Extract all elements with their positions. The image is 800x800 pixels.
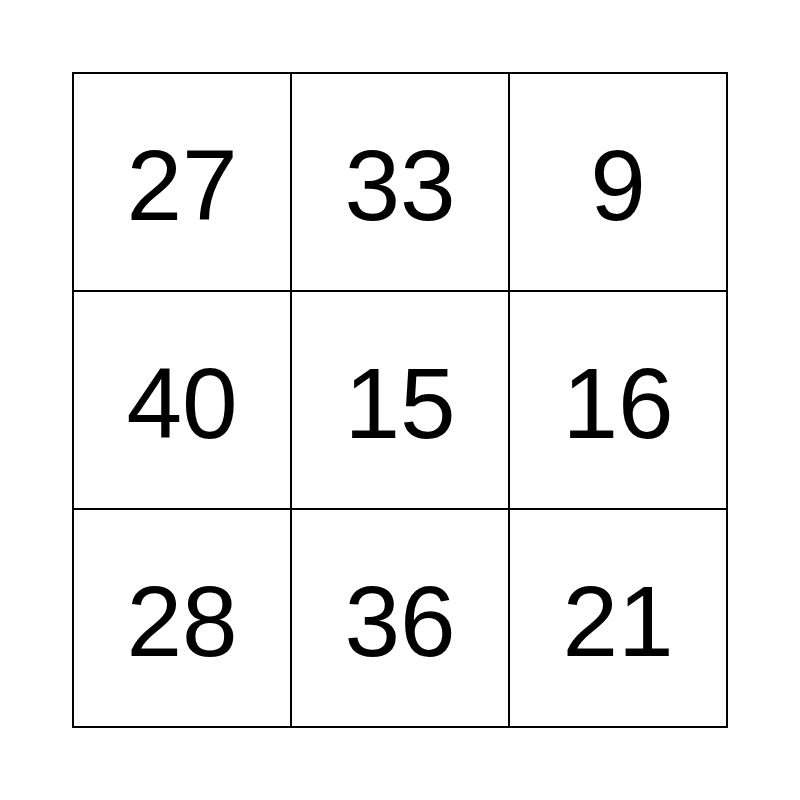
bingo-cell-r1c3[interactable]: 9 xyxy=(509,73,727,291)
bingo-cell-r2c1[interactable]: 40 xyxy=(73,291,291,509)
bingo-board: 27 33 9 40 15 16 28 36 21 xyxy=(72,72,728,728)
bingo-cell-r2c3[interactable]: 16 xyxy=(509,291,727,509)
bingo-cell-r3c1[interactable]: 28 xyxy=(73,509,291,727)
bingo-card-page: 27 33 9 40 15 16 28 36 21 xyxy=(0,0,800,800)
bingo-cell-r3c3[interactable]: 21 xyxy=(509,509,727,727)
bingo-cell-r3c2[interactable]: 36 xyxy=(291,509,509,727)
bingo-cell-r2c2[interactable]: 15 xyxy=(291,291,509,509)
bingo-cell-r1c2[interactable]: 33 xyxy=(291,73,509,291)
bingo-cell-r1c1[interactable]: 27 xyxy=(73,73,291,291)
